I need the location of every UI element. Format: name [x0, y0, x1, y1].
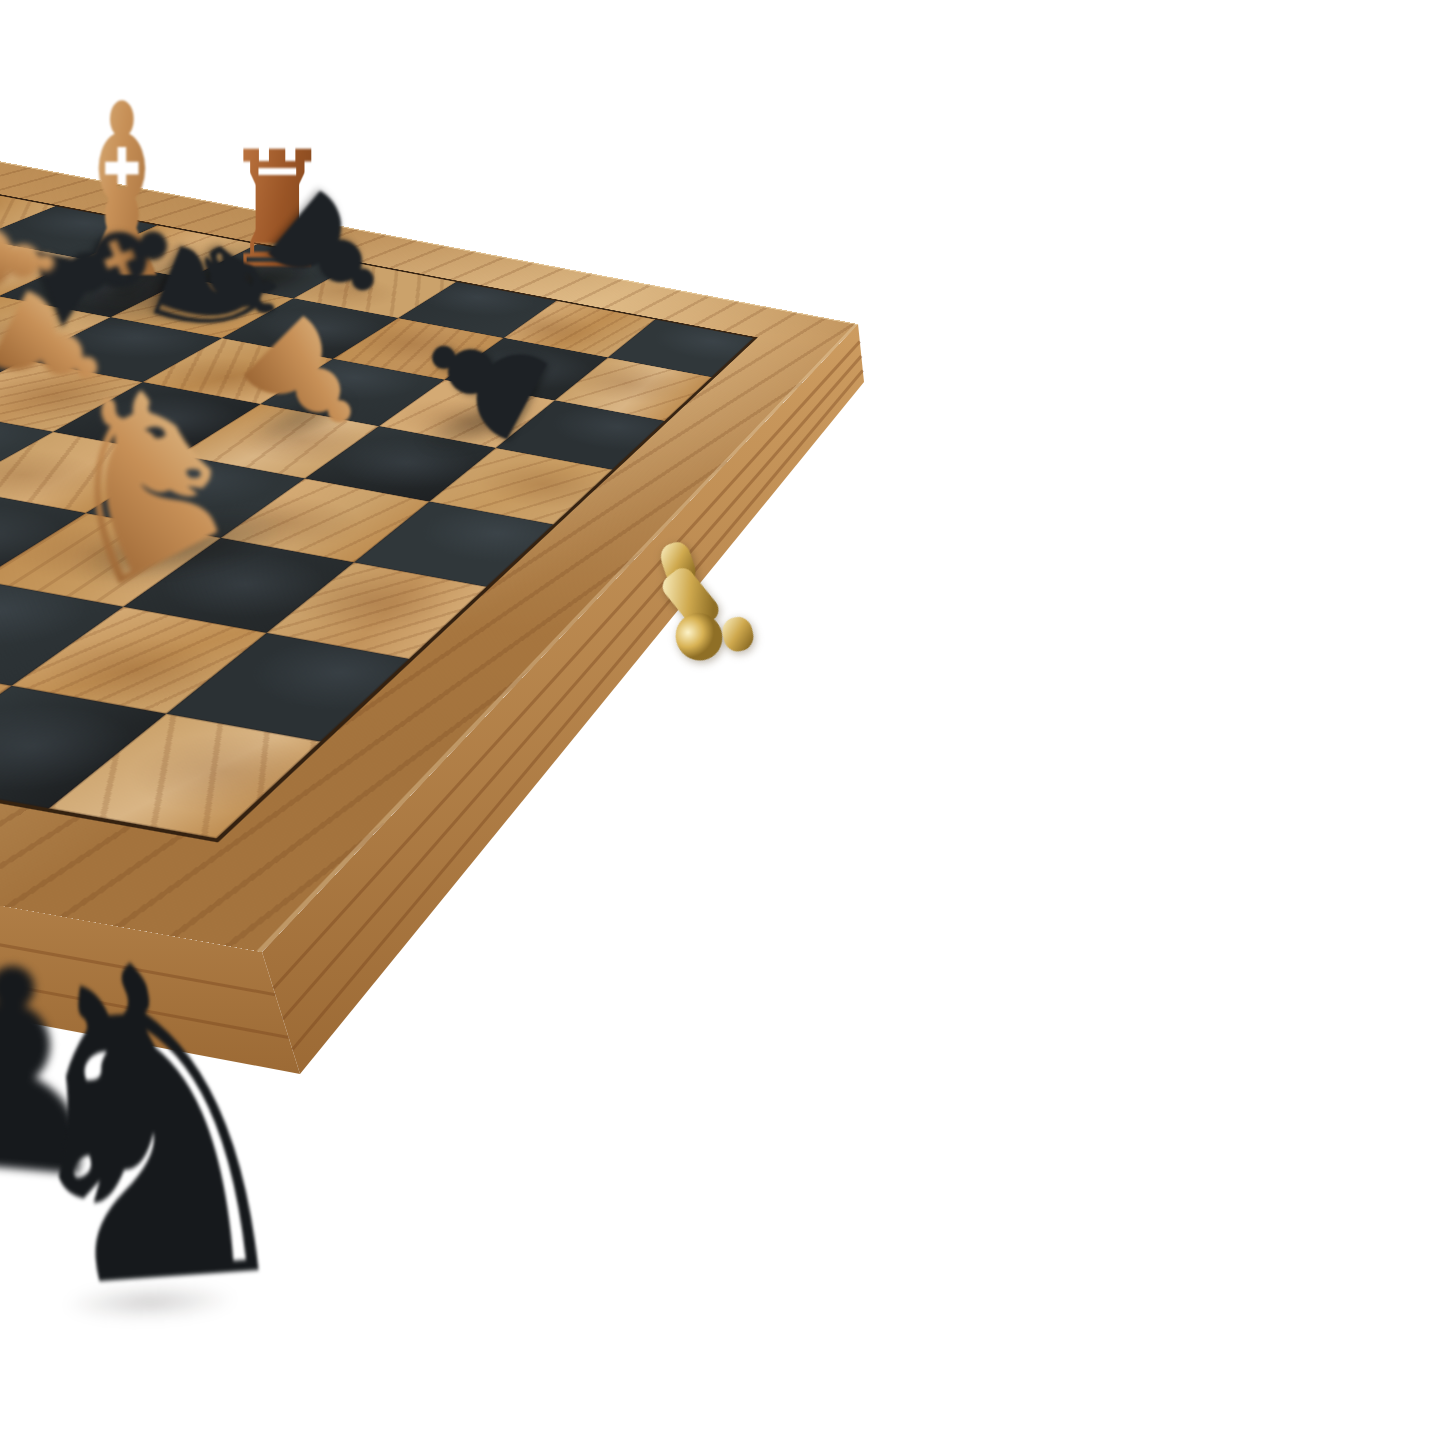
clasp-tip-icon: [719, 614, 756, 654]
clasp-knob-icon: [667, 604, 732, 669]
product-photo: ♝♜♝♞♟♟♟♞♟♟♞♟: [0, 0, 1445, 1445]
